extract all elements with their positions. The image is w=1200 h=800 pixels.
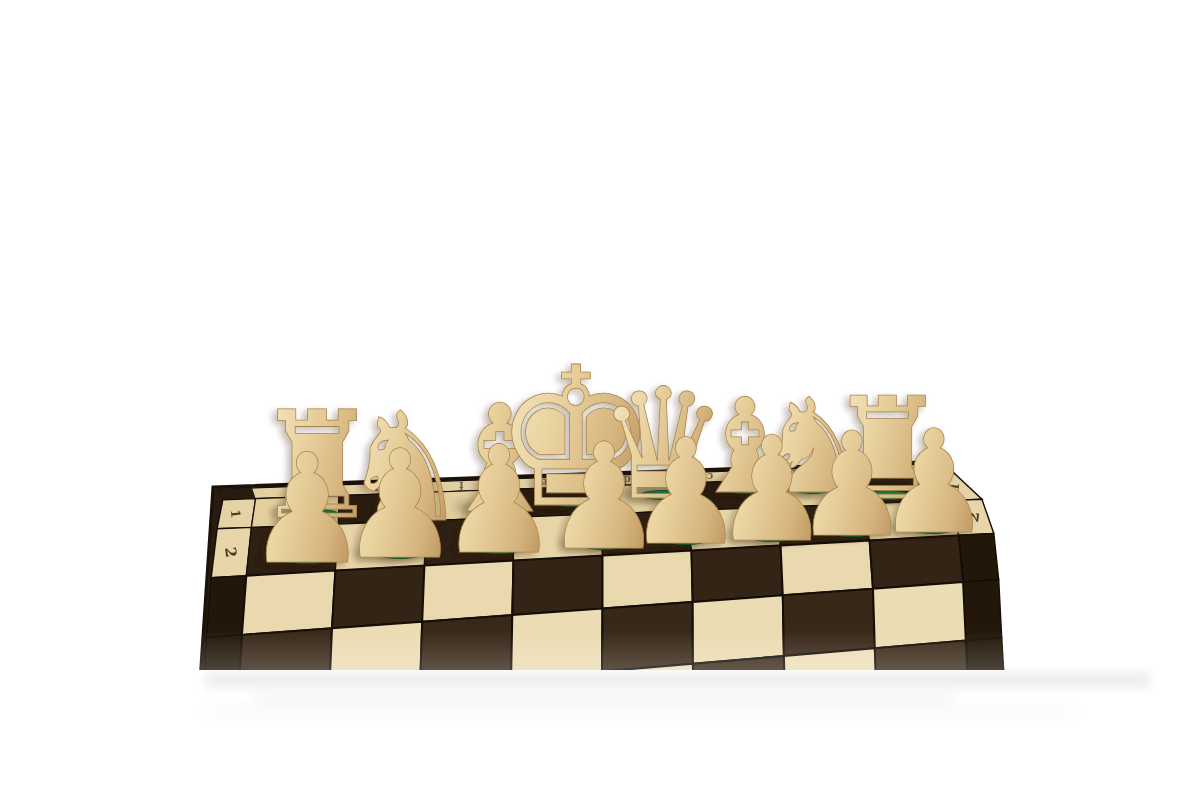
square-f6[interactable] <box>417 749 511 800</box>
pieces: ♜♞♝♚♛♝♞♜♟♟♟♟♟♟♟♟ <box>246 326 992 598</box>
square-d6[interactable] <box>602 732 695 800</box>
square-b6[interactable] <box>786 714 881 797</box>
piece-white-pawn-f2[interactable]: ♟ <box>439 413 559 586</box>
border-cell-left-3 <box>206 576 246 638</box>
square-c6[interactable] <box>694 723 788 800</box>
front-blur-wash <box>180 630 1025 670</box>
square-a6[interactable] <box>878 705 973 787</box>
square-e6[interactable] <box>509 741 602 800</box>
photo-canvas: 1122hgfedcba♜♞♝♚♛♝♞♜♟♟♟♟♟♟♟♟ <box>0 0 1200 800</box>
rank-label-left-2: 2 <box>221 546 240 559</box>
border-cell-left-6 <box>195 776 235 800</box>
square-h6[interactable] <box>231 767 326 800</box>
table-shadow-band <box>205 672 1150 716</box>
rank-label-left-1: 1 <box>228 508 244 518</box>
piece-white-pawn-a2[interactable]: ♟ <box>876 400 991 566</box>
square-g6[interactable] <box>324 758 419 800</box>
square-f5[interactable] <box>418 679 511 758</box>
chess-board-photo: 1122hgfedcba♜♞♝♚♛♝♞♜♟♟♟♟♟♟♟♟ <box>0 0 1200 800</box>
